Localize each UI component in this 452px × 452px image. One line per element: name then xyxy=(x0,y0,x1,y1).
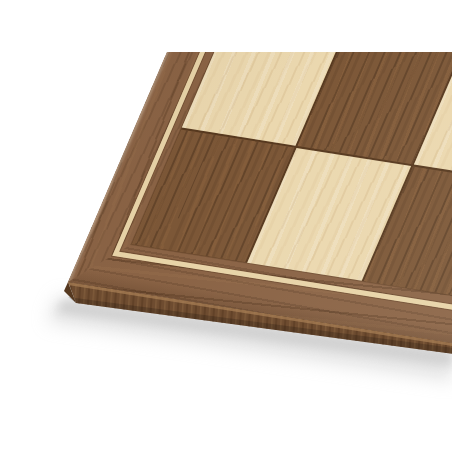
product-photo xyxy=(0,0,452,452)
photo-crop-area xyxy=(0,52,452,452)
photo-content xyxy=(0,52,452,452)
